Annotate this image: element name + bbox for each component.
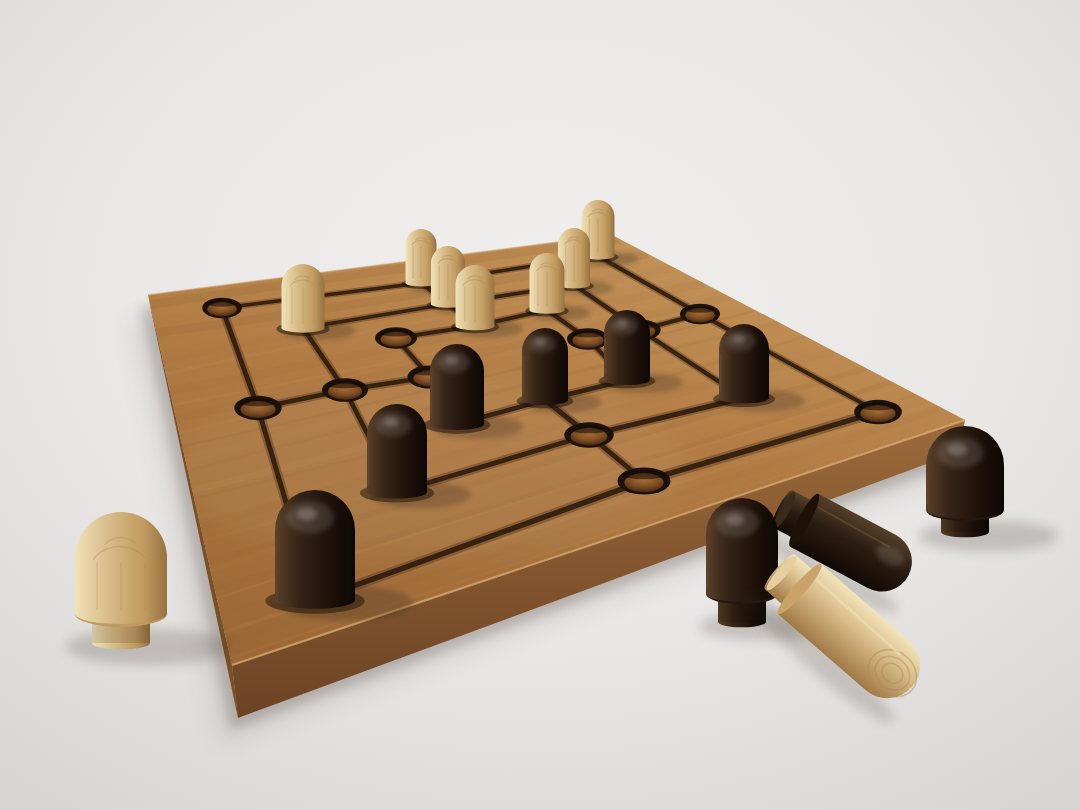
point-e4[interactable] (567, 328, 609, 350)
point-d1[interactable] (617, 467, 670, 494)
point-g1[interactable] (854, 400, 902, 424)
nine-mens-morris-scene (0, 0, 1080, 810)
point-c5[interactable] (375, 327, 417, 349)
point-d2[interactable] (564, 422, 614, 447)
photo-stage (0, 0, 1080, 810)
point-a7[interactable] (202, 298, 242, 318)
point-g4[interactable] (680, 304, 720, 325)
point-b4[interactable] (322, 378, 368, 402)
point-a4[interactable] (234, 396, 281, 420)
